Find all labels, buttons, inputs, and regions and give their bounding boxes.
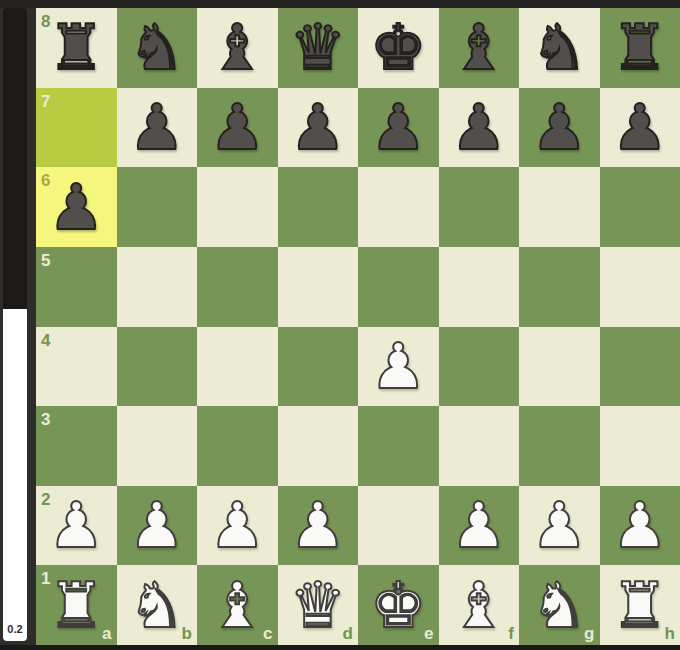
square-g2[interactable]: ♟ <box>519 486 600 566</box>
piece-black-bishop-c8[interactable]: ♝ <box>197 8 278 88</box>
square-c6[interactable] <box>197 167 278 247</box>
piece-black-king-e8[interactable]: ♚ <box>358 8 439 88</box>
piece-white-pawn-e4[interactable]: ♟ <box>358 327 439 407</box>
square-d4[interactable] <box>278 327 359 407</box>
square-f7[interactable]: ♟ <box>439 88 520 168</box>
evaluation-bar: 0.2 <box>3 8 27 641</box>
square-b7[interactable]: ♟ <box>117 88 198 168</box>
square-d3[interactable] <box>278 406 359 486</box>
square-c4[interactable] <box>197 327 278 407</box>
square-g7[interactable]: ♟ <box>519 88 600 168</box>
square-e4[interactable]: ♟ <box>358 327 439 407</box>
rank-label-7: 7 <box>41 93 50 110</box>
square-d1[interactable]: d♛ <box>278 565 359 645</box>
square-e5[interactable] <box>358 247 439 327</box>
square-a5[interactable]: 5 <box>36 247 117 327</box>
square-b4[interactable] <box>117 327 198 407</box>
square-d2[interactable]: ♟ <box>278 486 359 566</box>
piece-black-rook-h8[interactable]: ♜ <box>600 8 680 88</box>
rank-label-4: 4 <box>41 332 50 349</box>
square-a6[interactable]: 6♟ <box>36 167 117 247</box>
piece-white-pawn-c2[interactable]: ♟ <box>197 486 278 566</box>
square-h5[interactable] <box>600 247 680 327</box>
piece-black-pawn-c7[interactable]: ♟ <box>197 88 278 168</box>
piece-black-pawn-e7[interactable]: ♟ <box>358 88 439 168</box>
square-d6[interactable] <box>278 167 359 247</box>
square-a7[interactable]: 7 <box>36 88 117 168</box>
square-b2[interactable]: ♟ <box>117 486 198 566</box>
square-b8[interactable]: ♞ <box>117 8 198 88</box>
piece-white-pawn-f2[interactable]: ♟ <box>439 486 520 566</box>
square-g5[interactable] <box>519 247 600 327</box>
chess-board[interactable]: 8♜♞♝♛♚♝♞♜7♟♟♟♟♟♟♟6♟54♟32♟♟♟♟♟♟♟1a♜b♞c♝d♛… <box>36 8 680 645</box>
square-h8[interactable]: ♜ <box>600 8 680 88</box>
piece-white-bishop-f1[interactable]: ♝ <box>439 565 520 645</box>
piece-black-rook-a8[interactable]: ♜ <box>36 8 117 88</box>
piece-black-pawn-a6[interactable]: ♟ <box>36 167 117 247</box>
square-e3[interactable] <box>358 406 439 486</box>
piece-white-queen-d1[interactable]: ♛ <box>278 565 359 645</box>
square-f8[interactable]: ♝ <box>439 8 520 88</box>
square-h6[interactable] <box>600 167 680 247</box>
piece-black-pawn-f7[interactable]: ♟ <box>439 88 520 168</box>
square-h1[interactable]: h♜ <box>600 565 680 645</box>
square-b3[interactable] <box>117 406 198 486</box>
piece-black-pawn-b7[interactable]: ♟ <box>117 88 198 168</box>
square-g4[interactable] <box>519 327 600 407</box>
square-g8[interactable]: ♞ <box>519 8 600 88</box>
square-e7[interactable]: ♟ <box>358 88 439 168</box>
evaluation-bar-white-section <box>3 309 27 641</box>
square-a1[interactable]: 1a♜ <box>36 565 117 645</box>
piece-black-pawn-h7[interactable]: ♟ <box>600 88 680 168</box>
piece-white-knight-g1[interactable]: ♞ <box>519 565 600 645</box>
square-e6[interactable] <box>358 167 439 247</box>
piece-black-pawn-d7[interactable]: ♟ <box>278 88 359 168</box>
piece-white-pawn-d2[interactable]: ♟ <box>278 486 359 566</box>
square-c5[interactable] <box>197 247 278 327</box>
square-h3[interactable] <box>600 406 680 486</box>
square-c3[interactable] <box>197 406 278 486</box>
square-f4[interactable] <box>439 327 520 407</box>
square-g3[interactable] <box>519 406 600 486</box>
square-a4[interactable]: 4 <box>36 327 117 407</box>
square-e2[interactable] <box>358 486 439 566</box>
square-f1[interactable]: f♝ <box>439 565 520 645</box>
square-a3[interactable]: 3 <box>36 406 117 486</box>
square-g6[interactable] <box>519 167 600 247</box>
piece-white-knight-b1[interactable]: ♞ <box>117 565 198 645</box>
square-d8[interactable]: ♛ <box>278 8 359 88</box>
square-a2[interactable]: 2♟ <box>36 486 117 566</box>
square-c1[interactable]: c♝ <box>197 565 278 645</box>
piece-white-rook-h1[interactable]: ♜ <box>600 565 680 645</box>
square-h2[interactable]: ♟ <box>600 486 680 566</box>
square-c2[interactable]: ♟ <box>197 486 278 566</box>
piece-white-pawn-g2[interactable]: ♟ <box>519 486 600 566</box>
square-e8[interactable]: ♚ <box>358 8 439 88</box>
piece-black-pawn-g7[interactable]: ♟ <box>519 88 600 168</box>
square-f5[interactable] <box>439 247 520 327</box>
piece-white-pawn-b2[interactable]: ♟ <box>117 486 198 566</box>
square-b5[interactable] <box>117 247 198 327</box>
bottom-border <box>0 645 680 650</box>
rank-label-3: 3 <box>41 411 50 428</box>
piece-black-knight-g8[interactable]: ♞ <box>519 8 600 88</box>
square-f2[interactable]: ♟ <box>439 486 520 566</box>
square-h4[interactable] <box>600 327 680 407</box>
piece-black-queen-d8[interactable]: ♛ <box>278 8 359 88</box>
top-border <box>0 0 680 8</box>
square-h7[interactable]: ♟ <box>600 88 680 168</box>
square-f6[interactable] <box>439 167 520 247</box>
chess-app-window: 0.2 8♜♞♝♛♚♝♞♜7♟♟♟♟♟♟♟6♟54♟32♟♟♟♟♟♟♟1a♜b♞… <box>0 0 680 650</box>
rank-label-5: 5 <box>41 252 50 269</box>
square-g1[interactable]: g♞ <box>519 565 600 645</box>
square-c7[interactable]: ♟ <box>197 88 278 168</box>
square-c8[interactable]: ♝ <box>197 8 278 88</box>
square-e1[interactable]: e♚ <box>358 565 439 645</box>
square-d7[interactable]: ♟ <box>278 88 359 168</box>
square-b6[interactable] <box>117 167 198 247</box>
piece-white-king-e1[interactable]: ♚ <box>358 565 439 645</box>
piece-white-pawn-h2[interactable]: ♟ <box>600 486 680 566</box>
square-f3[interactable] <box>439 406 520 486</box>
square-a8[interactable]: 8♜ <box>36 8 117 88</box>
piece-white-pawn-a2[interactable]: ♟ <box>36 486 117 566</box>
piece-black-bishop-f8[interactable]: ♝ <box>439 8 520 88</box>
piece-black-knight-b8[interactable]: ♞ <box>117 8 198 88</box>
square-b1[interactable]: b♞ <box>117 565 198 645</box>
evaluation-score: 0.2 <box>3 623 27 635</box>
piece-white-rook-a1[interactable]: ♜ <box>36 565 117 645</box>
square-d5[interactable] <box>278 247 359 327</box>
piece-white-bishop-c1[interactable]: ♝ <box>197 565 278 645</box>
